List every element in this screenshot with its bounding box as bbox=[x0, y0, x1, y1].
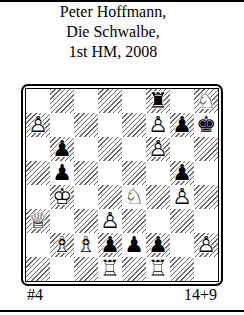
white-pawn: ♟♙ bbox=[170, 185, 194, 209]
square-d7 bbox=[98, 113, 122, 137]
square-g8 bbox=[170, 89, 194, 113]
square-f5 bbox=[146, 161, 170, 185]
square-e8 bbox=[122, 89, 146, 113]
white-king: ♚♔ bbox=[50, 185, 74, 209]
award-line: 1st HM, 2008 bbox=[0, 42, 226, 62]
square-f6: ♟♙ bbox=[146, 137, 170, 161]
white-pawn: ♟♙ bbox=[194, 233, 218, 257]
square-h5 bbox=[194, 161, 218, 185]
square-h6 bbox=[194, 137, 218, 161]
black-king: ♚ bbox=[194, 113, 218, 137]
square-a6 bbox=[26, 137, 50, 161]
square-c7 bbox=[74, 113, 98, 137]
square-h8: ♞♘ bbox=[194, 89, 218, 113]
square-c8 bbox=[74, 89, 98, 113]
square-g1 bbox=[170, 257, 194, 281]
square-f7: ♟♙ bbox=[146, 113, 170, 137]
white-knight: ♞♘ bbox=[194, 89, 218, 113]
square-g7: ♟ bbox=[170, 113, 194, 137]
square-b7 bbox=[50, 113, 74, 137]
white-bishop: ♝♗ bbox=[50, 233, 74, 257]
square-c2: ♝♗ bbox=[74, 233, 98, 257]
square-g4: ♟♙ bbox=[170, 185, 194, 209]
black-pawn: ♟ bbox=[146, 233, 170, 257]
square-g3 bbox=[170, 209, 194, 233]
square-b1 bbox=[50, 257, 74, 281]
square-c6 bbox=[74, 137, 98, 161]
bottom-rule bbox=[0, 310, 244, 312]
square-f3 bbox=[146, 209, 170, 233]
square-b5: ♟ bbox=[50, 161, 74, 185]
square-b2: ♝♗ bbox=[50, 233, 74, 257]
square-h3 bbox=[194, 209, 218, 233]
square-g2 bbox=[170, 233, 194, 257]
square-h4 bbox=[194, 185, 218, 209]
square-h7: ♚ bbox=[194, 113, 218, 137]
problem-header: Peter Hoffmann, Die Schwalbe, 1st HM, 20… bbox=[0, 2, 226, 62]
square-f4 bbox=[146, 185, 170, 209]
square-a5 bbox=[26, 161, 50, 185]
square-c1 bbox=[74, 257, 98, 281]
square-c5 bbox=[74, 161, 98, 185]
square-a3: ♛♕ bbox=[26, 209, 50, 233]
square-a2 bbox=[26, 233, 50, 257]
square-g5: ♟ bbox=[170, 161, 194, 185]
square-a1 bbox=[26, 257, 50, 281]
black-pawn: ♟ bbox=[50, 161, 74, 185]
square-d6 bbox=[98, 137, 122, 161]
square-h2: ♟♙ bbox=[194, 233, 218, 257]
board-frame: ♜♞♘♟♙♟♙♟♚♟♟♙♟♟♚♔♞♘♟♙♛♕♟♙♝♗♝♗♟♟♟♟♙♜♖♜♖ bbox=[21, 84, 223, 286]
square-f8: ♜ bbox=[146, 89, 170, 113]
white-pawn: ♟♙ bbox=[146, 113, 170, 137]
square-f2: ♟ bbox=[146, 233, 170, 257]
square-b4: ♚♔ bbox=[50, 185, 74, 209]
stipulation-label: #4 bbox=[27, 285, 43, 305]
black-pawn: ♟ bbox=[170, 113, 194, 137]
chess-board: ♜♞♘♟♙♟♙♟♚♟♟♙♟♟♚♔♞♘♟♙♛♕♟♙♝♗♝♗♟♟♟♟♙♜♖♜♖ bbox=[25, 88, 219, 282]
white-bishop: ♝♗ bbox=[74, 233, 98, 257]
square-a4 bbox=[26, 185, 50, 209]
white-queen: ♛♕ bbox=[26, 209, 50, 233]
source-line: Die Schwalbe, bbox=[0, 22, 226, 42]
black-rook: ♜ bbox=[146, 89, 170, 113]
square-f1: ♜♖ bbox=[146, 257, 170, 281]
square-e7 bbox=[122, 113, 146, 137]
square-e6 bbox=[122, 137, 146, 161]
square-d5 bbox=[98, 161, 122, 185]
square-d4 bbox=[98, 185, 122, 209]
square-d1: ♜♖ bbox=[98, 257, 122, 281]
square-e1 bbox=[122, 257, 146, 281]
square-b6: ♟ bbox=[50, 137, 74, 161]
white-knight: ♞♘ bbox=[122, 185, 146, 209]
square-a8 bbox=[26, 89, 50, 113]
square-c3 bbox=[74, 209, 98, 233]
square-e4: ♞♘ bbox=[122, 185, 146, 209]
square-g6 bbox=[170, 137, 194, 161]
square-e3 bbox=[122, 209, 146, 233]
square-d8 bbox=[98, 89, 122, 113]
square-a7: ♟♙ bbox=[26, 113, 50, 137]
square-b3 bbox=[50, 209, 74, 233]
caption-row: #4 14+9 bbox=[0, 285, 244, 305]
square-e2: ♟ bbox=[122, 233, 146, 257]
black-pawn: ♟ bbox=[98, 233, 122, 257]
square-d2: ♟ bbox=[98, 233, 122, 257]
white-pawn: ♟♙ bbox=[146, 137, 170, 161]
material-count-label: 14+9 bbox=[184, 285, 217, 305]
black-pawn: ♟ bbox=[170, 161, 194, 185]
square-e5 bbox=[122, 161, 146, 185]
square-c4 bbox=[74, 185, 98, 209]
black-pawn: ♟ bbox=[50, 137, 74, 161]
white-rook: ♜♖ bbox=[98, 257, 122, 281]
white-pawn: ♟♙ bbox=[98, 209, 122, 233]
black-pawn: ♟ bbox=[122, 233, 146, 257]
white-pawn: ♟♙ bbox=[26, 113, 50, 137]
square-b8 bbox=[50, 89, 74, 113]
author-line: Peter Hoffmann, bbox=[0, 2, 226, 22]
square-h1 bbox=[194, 257, 218, 281]
square-d3: ♟♙ bbox=[98, 209, 122, 233]
white-rook: ♜♖ bbox=[146, 257, 170, 281]
